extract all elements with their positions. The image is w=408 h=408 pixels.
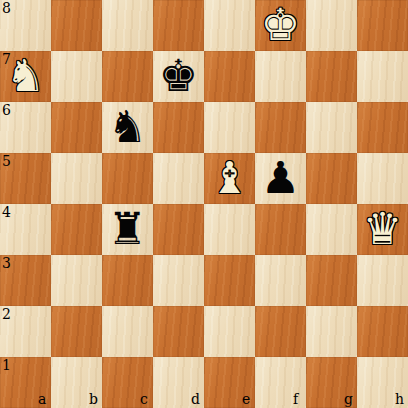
file-label-b: b <box>89 392 98 406</box>
rank-label-6: 6 <box>2 103 11 117</box>
black-king-piece[interactable]: ♚ <box>159 54 198 98</box>
square-h3[interactable] <box>357 255 408 306</box>
file-label-g: g <box>344 392 353 406</box>
square-e5[interactable]: ♝ <box>204 153 255 204</box>
square-h2[interactable] <box>357 306 408 357</box>
square-f2[interactable] <box>255 306 306 357</box>
black-pawn-piece[interactable]: ♟ <box>261 156 300 200</box>
square-h7[interactable] <box>357 51 408 102</box>
square-f7[interactable] <box>255 51 306 102</box>
rank-label-7: 7 <box>2 52 11 66</box>
square-b2[interactable] <box>51 306 102 357</box>
square-f6[interactable] <box>255 102 306 153</box>
square-b7[interactable] <box>51 51 102 102</box>
square-d3[interactable] <box>153 255 204 306</box>
square-e4[interactable] <box>204 204 255 255</box>
square-c7[interactable] <box>102 51 153 102</box>
white-knight-piece[interactable]: ♞ <box>6 54 45 98</box>
square-b8[interactable] <box>51 0 102 51</box>
square-h5[interactable] <box>357 153 408 204</box>
file-label-f: f <box>293 392 298 406</box>
square-c5[interactable] <box>102 153 153 204</box>
square-g2[interactable] <box>306 306 357 357</box>
square-b5[interactable] <box>51 153 102 204</box>
rank-label-3: 3 <box>2 256 11 270</box>
square-d6[interactable] <box>153 102 204 153</box>
white-queen-piece[interactable]: ♛ <box>363 207 402 251</box>
square-h6[interactable] <box>357 102 408 153</box>
square-f4[interactable] <box>255 204 306 255</box>
rank-label-4: 4 <box>2 205 11 219</box>
black-rook-piece[interactable]: ♜ <box>108 207 147 251</box>
file-label-c: c <box>140 392 148 406</box>
square-d4[interactable] <box>153 204 204 255</box>
file-label-e: e <box>242 392 250 406</box>
square-f1[interactable] <box>255 357 306 408</box>
square-f3[interactable] <box>255 255 306 306</box>
square-g3[interactable] <box>306 255 357 306</box>
square-c2[interactable] <box>102 306 153 357</box>
square-c4[interactable]: ♜ <box>102 204 153 255</box>
square-c6[interactable]: ♞ <box>102 102 153 153</box>
rank-label-1: 1 <box>2 358 11 372</box>
square-e6[interactable] <box>204 102 255 153</box>
square-h4[interactable]: ♛ <box>357 204 408 255</box>
square-e2[interactable] <box>204 306 255 357</box>
square-e8[interactable] <box>204 0 255 51</box>
square-g5[interactable] <box>306 153 357 204</box>
rank-label-8: 8 <box>2 1 11 15</box>
square-g7[interactable] <box>306 51 357 102</box>
square-c8[interactable] <box>102 0 153 51</box>
square-b3[interactable] <box>51 255 102 306</box>
square-h8[interactable] <box>357 0 408 51</box>
rank-label-2: 2 <box>2 307 11 321</box>
square-e7[interactable] <box>204 51 255 102</box>
square-g4[interactable] <box>306 204 357 255</box>
rank-label-5: 5 <box>2 154 11 168</box>
square-g6[interactable] <box>306 102 357 153</box>
square-f8[interactable]: ♚ <box>255 0 306 51</box>
file-label-h: h <box>395 392 404 406</box>
square-d5[interactable] <box>153 153 204 204</box>
square-b4[interactable] <box>51 204 102 255</box>
black-knight-piece[interactable]: ♞ <box>108 105 147 149</box>
white-king-piece[interactable]: ♚ <box>261 3 300 47</box>
white-bishop-piece[interactable]: ♝ <box>210 156 249 200</box>
square-b6[interactable] <box>51 102 102 153</box>
square-c3[interactable] <box>102 255 153 306</box>
file-label-a: a <box>38 392 46 406</box>
square-d2[interactable] <box>153 306 204 357</box>
square-d8[interactable] <box>153 0 204 51</box>
square-d7[interactable]: ♚ <box>153 51 204 102</box>
file-label-d: d <box>191 392 200 406</box>
chess-board: ♚♞♚♞♝♟♜♛87654321abcdefgh <box>0 0 408 408</box>
square-e3[interactable] <box>204 255 255 306</box>
square-f5[interactable]: ♟ <box>255 153 306 204</box>
square-g8[interactable] <box>306 0 357 51</box>
